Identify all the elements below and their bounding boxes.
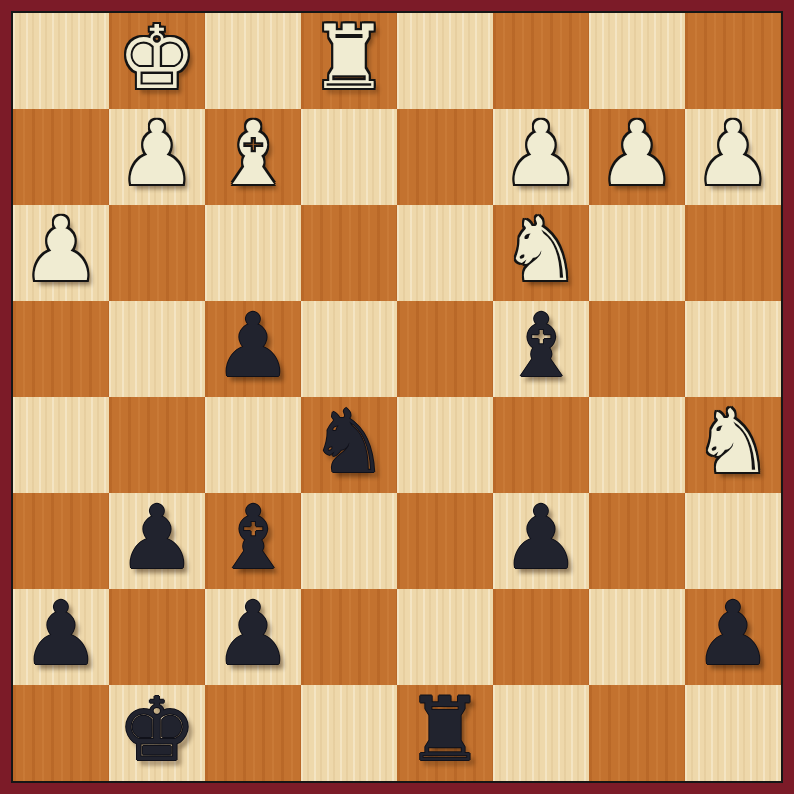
square-f7[interactable]: ♟ [493, 109, 589, 205]
black-pawn-piece[interactable]: ♟ [22, 586, 101, 682]
square-f2[interactable] [493, 589, 589, 685]
square-g4[interactable] [589, 397, 685, 493]
square-d5[interactable] [301, 301, 397, 397]
square-h4[interactable]: ♞ [685, 397, 781, 493]
black-pawn-piece[interactable]: ♟ [214, 586, 293, 682]
square-d2[interactable] [301, 589, 397, 685]
square-g3[interactable] [589, 493, 685, 589]
square-f6[interactable]: ♞ [493, 205, 589, 301]
square-h7[interactable]: ♟ [685, 109, 781, 205]
square-b4[interactable] [109, 397, 205, 493]
square-c6[interactable] [205, 205, 301, 301]
square-f8[interactable] [493, 13, 589, 109]
square-c2[interactable]: ♟ [205, 589, 301, 685]
square-h2[interactable]: ♟ [685, 589, 781, 685]
black-king-piece[interactable]: ♚ [118, 682, 197, 778]
board-inner-border: ♚♜♟♝♟♟♟♟♞♟♝♞♞♟♝♟♟♟♟♚♜ [11, 11, 783, 783]
square-g1[interactable] [589, 685, 685, 781]
square-e7[interactable] [397, 109, 493, 205]
square-h6[interactable] [685, 205, 781, 301]
square-b8[interactable]: ♚ [109, 13, 205, 109]
black-pawn-piece[interactable]: ♟ [694, 586, 773, 682]
square-e6[interactable] [397, 205, 493, 301]
square-g2[interactable] [589, 589, 685, 685]
black-pawn-piece[interactable]: ♟ [214, 298, 293, 394]
square-c4[interactable] [205, 397, 301, 493]
square-h5[interactable] [685, 301, 781, 397]
black-rook-piece[interactable]: ♜ [406, 682, 485, 778]
square-a4[interactable] [13, 397, 109, 493]
square-e4[interactable] [397, 397, 493, 493]
square-e2[interactable] [397, 589, 493, 685]
white-pawn-piece[interactable]: ♟ [22, 202, 101, 298]
square-c7[interactable]: ♝ [205, 109, 301, 205]
white-pawn-piece[interactable]: ♟ [598, 106, 677, 202]
square-b5[interactable] [109, 301, 205, 397]
square-e5[interactable] [397, 301, 493, 397]
square-a1[interactable] [13, 685, 109, 781]
square-d8[interactable]: ♜ [301, 13, 397, 109]
white-bishop-piece[interactable]: ♝ [214, 106, 293, 202]
square-b3[interactable]: ♟ [109, 493, 205, 589]
square-g6[interactable] [589, 205, 685, 301]
square-a2[interactable]: ♟ [13, 589, 109, 685]
white-pawn-piece[interactable]: ♟ [694, 106, 773, 202]
square-a6[interactable]: ♟ [13, 205, 109, 301]
square-b6[interactable] [109, 205, 205, 301]
white-knight-piece[interactable]: ♞ [502, 202, 581, 298]
square-c5[interactable]: ♟ [205, 301, 301, 397]
square-b2[interactable] [109, 589, 205, 685]
square-f3[interactable]: ♟ [493, 493, 589, 589]
board-frame: ♚♜♟♝♟♟♟♟♞♟♝♞♞♟♝♟♟♟♟♚♜ [0, 0, 794, 794]
square-h3[interactable] [685, 493, 781, 589]
square-g8[interactable] [589, 13, 685, 109]
square-e1[interactable]: ♜ [397, 685, 493, 781]
black-pawn-piece[interactable]: ♟ [502, 490, 581, 586]
square-f5[interactable]: ♝ [493, 301, 589, 397]
square-d3[interactable] [301, 493, 397, 589]
square-g5[interactable] [589, 301, 685, 397]
square-a7[interactable] [13, 109, 109, 205]
white-knight-piece[interactable]: ♞ [694, 394, 773, 490]
white-pawn-piece[interactable]: ♟ [502, 106, 581, 202]
square-d1[interactable] [301, 685, 397, 781]
black-bishop-piece[interactable]: ♝ [214, 490, 293, 586]
square-f1[interactable] [493, 685, 589, 781]
square-a5[interactable] [13, 301, 109, 397]
square-h8[interactable] [685, 13, 781, 109]
square-a3[interactable] [13, 493, 109, 589]
square-b7[interactable]: ♟ [109, 109, 205, 205]
square-a8[interactable] [13, 13, 109, 109]
white-rook-piece[interactable]: ♜ [310, 10, 389, 106]
square-e3[interactable] [397, 493, 493, 589]
square-e8[interactable] [397, 13, 493, 109]
square-h1[interactable] [685, 685, 781, 781]
black-knight-piece[interactable]: ♞ [310, 394, 389, 490]
square-d4[interactable]: ♞ [301, 397, 397, 493]
square-f4[interactable] [493, 397, 589, 493]
square-c1[interactable] [205, 685, 301, 781]
square-c3[interactable]: ♝ [205, 493, 301, 589]
black-bishop-piece[interactable]: ♝ [502, 298, 581, 394]
square-c8[interactable] [205, 13, 301, 109]
square-g7[interactable]: ♟ [589, 109, 685, 205]
chess-board: ♚♜♟♝♟♟♟♟♞♟♝♞♞♟♝♟♟♟♟♚♜ [13, 13, 781, 781]
square-d6[interactable] [301, 205, 397, 301]
white-king-piece[interactable]: ♚ [118, 10, 197, 106]
black-pawn-piece[interactable]: ♟ [118, 490, 197, 586]
square-d7[interactable] [301, 109, 397, 205]
square-b1[interactable]: ♚ [109, 685, 205, 781]
white-pawn-piece[interactable]: ♟ [118, 106, 197, 202]
